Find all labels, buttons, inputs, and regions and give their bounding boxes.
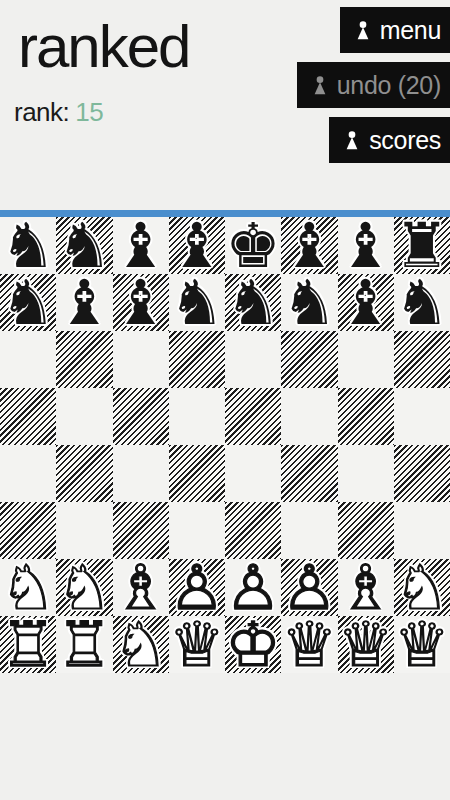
piece-outline-layer: ♔ <box>225 613 281 675</box>
square-h7[interactable]: ♞ <box>394 274 450 331</box>
piece-white-rook[interactable]: ♜♖ <box>0 617 56 674</box>
square-a7[interactable]: ♞ <box>0 274 56 331</box>
square-a6[interactable] <box>0 331 56 388</box>
square-f1[interactable]: ♛♕ <box>281 616 337 673</box>
menu-button[interactable]: menu <box>340 7 450 53</box>
square-f4[interactable] <box>281 445 337 502</box>
piece-glyph: ♞ <box>225 271 281 333</box>
piece-white-queen[interactable]: ♛♕ <box>394 617 450 674</box>
piece-outline-layer: ♘ <box>113 613 169 675</box>
square-e5[interactable] <box>225 388 281 445</box>
square-c1[interactable]: ♞♘ <box>113 616 169 673</box>
square-g7[interactable]: ♝ <box>338 274 394 331</box>
square-c6[interactable] <box>113 331 169 388</box>
piece-glyph: ♞ <box>0 271 56 333</box>
square-d7[interactable]: ♞ <box>169 274 225 331</box>
piece-outline-layer: ♕ <box>338 613 394 675</box>
piece-glyph: ♝ <box>57 271 113 333</box>
square-d5[interactable] <box>169 388 225 445</box>
square-b7[interactable]: ♝ <box>56 274 112 331</box>
square-c7[interactable]: ♝ <box>113 274 169 331</box>
square-b5[interactable] <box>56 388 112 445</box>
piece-white-queen[interactable]: ♛♕ <box>338 617 394 674</box>
square-b6[interactable] <box>56 331 112 388</box>
piece-white-queen[interactable]: ♛♕ <box>281 617 337 674</box>
square-g1[interactable]: ♛♕ <box>338 616 394 673</box>
piece-black-knight[interactable]: ♞ <box>225 275 281 332</box>
page-title: ranked <box>18 14 189 80</box>
piece-outline-layer: ♖ <box>57 613 113 675</box>
piece-glyph: ♞ <box>394 271 450 333</box>
piece-outline-layer: ♕ <box>282 613 338 675</box>
person-icon <box>355 21 371 40</box>
rank-value: 15 <box>75 97 103 127</box>
person-icon <box>344 131 360 150</box>
piece-outline-layer: ♖ <box>0 613 56 675</box>
square-f5[interactable] <box>281 388 337 445</box>
square-h1[interactable]: ♛♕ <box>394 616 450 673</box>
square-g6[interactable] <box>338 331 394 388</box>
menu-button-label: menu <box>380 16 441 45</box>
square-h5[interactable] <box>394 388 450 445</box>
piece-black-bishop[interactable]: ♝ <box>113 275 169 332</box>
piece-black-knight[interactable]: ♞ <box>169 275 225 332</box>
rank-line: rank:15 <box>14 97 103 128</box>
square-f7[interactable]: ♞ <box>281 274 337 331</box>
square-b1[interactable]: ♜♖ <box>56 616 112 673</box>
square-h6[interactable] <box>394 331 450 388</box>
app-screen: ranked rank:15 menu undo (20) scores ♞♞♝… <box>0 0 450 800</box>
piece-black-bishop[interactable]: ♝ <box>338 275 394 332</box>
square-a4[interactable] <box>0 445 56 502</box>
piece-white-queen[interactable]: ♛♕ <box>169 617 225 674</box>
piece-glyph: ♞ <box>169 271 225 333</box>
square-e4[interactable] <box>225 445 281 502</box>
square-e6[interactable] <box>225 331 281 388</box>
square-a5[interactable] <box>0 388 56 445</box>
undo-button-label: undo (20) <box>337 71 441 100</box>
square-d6[interactable] <box>169 331 225 388</box>
person-icon <box>312 76 328 95</box>
piece-outline-layer: ♕ <box>169 613 225 675</box>
piece-white-king[interactable]: ♚♔ <box>225 617 281 674</box>
piece-black-knight[interactable]: ♞ <box>394 275 450 332</box>
piece-glyph: ♝ <box>338 271 394 333</box>
square-d4[interactable] <box>169 445 225 502</box>
piece-white-rook[interactable]: ♜♖ <box>56 617 112 674</box>
square-g4[interactable] <box>338 445 394 502</box>
square-h4[interactable] <box>394 445 450 502</box>
square-e7[interactable]: ♞ <box>225 274 281 331</box>
square-d1[interactable]: ♛♕ <box>169 616 225 673</box>
piece-black-knight[interactable]: ♞ <box>281 275 337 332</box>
square-e1[interactable]: ♚♔ <box>225 616 281 673</box>
square-c5[interactable] <box>113 388 169 445</box>
undo-button[interactable]: undo (20) <box>297 62 450 108</box>
square-c4[interactable] <box>113 445 169 502</box>
piece-outline-layer: ♕ <box>394 613 450 675</box>
piece-white-knight[interactable]: ♞♘ <box>113 617 169 674</box>
piece-glyph: ♞ <box>282 271 338 333</box>
piece-black-knight[interactable]: ♞ <box>0 275 56 332</box>
scores-button-label: scores <box>369 126 441 155</box>
rank-label: rank: <box>14 97 69 127</box>
scores-button[interactable]: scores <box>329 117 450 163</box>
piece-black-bishop[interactable]: ♝ <box>56 275 112 332</box>
square-g5[interactable] <box>338 388 394 445</box>
piece-glyph: ♝ <box>113 271 169 333</box>
square-b4[interactable] <box>56 445 112 502</box>
square-a1[interactable]: ♜♖ <box>0 616 56 673</box>
chess-board[interactable]: ♞♞♝♝♚♝♝♜♞♝♝♞♞♞♝♞♞♘♞♘♝♗♟♙♟♙♟♙♝♗♞♘♜♖♜♖♞♘♛♕… <box>0 217 450 673</box>
square-f6[interactable] <box>281 331 337 388</box>
